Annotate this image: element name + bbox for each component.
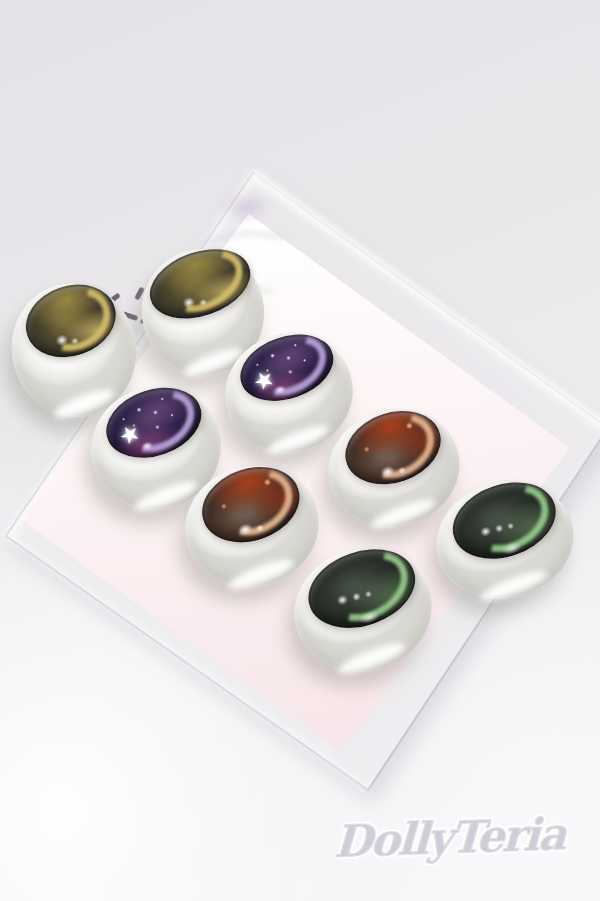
star-sparkle-icon: ★ — [249, 365, 279, 395]
watermark-dollyteria: DollyTeria — [333, 808, 565, 867]
photo-background: ★ ★ DollyTeria — [0, 0, 600, 901]
doll-eyes-group: ★ ★ — [0, 0, 600, 901]
star-sparkle-icon: ★ — [115, 420, 145, 450]
